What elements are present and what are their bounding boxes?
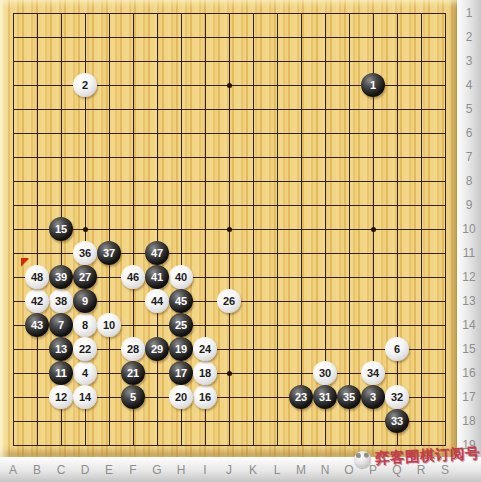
- row-label-9: 9: [457, 197, 481, 213]
- stone-black-C16: 11: [49, 361, 73, 385]
- watermark-logo-icon: [354, 450, 372, 468]
- stone-white-D14: 8: [73, 313, 97, 337]
- stone-black-P17: 3: [361, 385, 385, 409]
- stone-white-D15: 22: [73, 337, 97, 361]
- stone-white-C17: 12: [49, 385, 73, 409]
- stone-move-number: 18: [199, 368, 211, 379]
- row-label-4: 4: [457, 77, 481, 93]
- row-label-1: 1: [457, 5, 481, 21]
- stone-move-number: 44: [151, 296, 163, 307]
- column-label-B: B: [25, 462, 49, 478]
- row-label-2: 2: [457, 29, 481, 45]
- row-label-12: 12: [457, 269, 481, 285]
- stone-move-number: 24: [199, 344, 211, 355]
- row-label-5: 5: [457, 101, 481, 117]
- watermark-text: 弈客围棋订阅号: [375, 443, 481, 467]
- stone-white-F12: 46: [121, 265, 145, 289]
- stone-move-number: 17: [175, 368, 187, 379]
- column-label-I: I: [193, 462, 217, 478]
- stone-black-C14: 7: [49, 313, 73, 337]
- column-label-H: H: [169, 462, 193, 478]
- stone-move-number: 22: [79, 344, 91, 355]
- column-label-N: N: [313, 462, 337, 478]
- stone-black-D12: 27: [73, 265, 97, 289]
- stone-white-D16: 4: [73, 361, 97, 385]
- row-label-16: 16: [457, 365, 481, 381]
- stone-move-number: 19: [175, 344, 187, 355]
- stone-move-number: 34: [367, 368, 379, 379]
- stone-move-number: 12: [55, 392, 67, 403]
- row-label-14: 14: [457, 317, 481, 333]
- stone-move-number: 14: [79, 392, 91, 403]
- stone-move-number: 35: [343, 392, 355, 403]
- stone-move-number: 26: [223, 296, 235, 307]
- stone-move-number: 20: [175, 392, 187, 403]
- stone-white-F15: 28: [121, 337, 145, 361]
- stone-black-G15: 29: [145, 337, 169, 361]
- stone-move-number: 43: [31, 320, 43, 331]
- stone-move-number: 6: [394, 344, 400, 355]
- stone-move-number: 30: [319, 368, 331, 379]
- column-label-C: C: [49, 462, 73, 478]
- stone-white-I16: 18: [193, 361, 217, 385]
- stones-layer: 1234567891011121314151617181920212223242…: [1, 1, 457, 457]
- stone-move-number: 36: [79, 248, 91, 259]
- stone-move-number: 3: [370, 392, 376, 403]
- stone-move-number: 4: [82, 368, 88, 379]
- stone-white-D11: 36: [73, 241, 97, 265]
- stone-move-number: 47: [151, 248, 163, 259]
- stone-move-number: 33: [391, 416, 403, 427]
- stone-move-number: 5: [130, 392, 136, 403]
- stone-white-G13: 44: [145, 289, 169, 313]
- stone-move-number: 13: [55, 344, 67, 355]
- go-kifu-diagram: 1234567891011121314151617181920212223242…: [0, 0, 481, 482]
- stone-move-number: 9: [82, 296, 88, 307]
- stone-move-number: 41: [151, 272, 163, 283]
- stone-black-G11: 47: [145, 241, 169, 265]
- stone-move-number: 16: [199, 392, 211, 403]
- stone-black-O17: 35: [337, 385, 361, 409]
- last-move-marker-icon: [21, 258, 29, 266]
- stone-black-M17: 23: [289, 385, 313, 409]
- stone-white-E14: 10: [97, 313, 121, 337]
- stone-white-D17: 14: [73, 385, 97, 409]
- stone-white-I15: 24: [193, 337, 217, 361]
- stone-move-number: 15: [55, 224, 67, 235]
- stone-white-Q17: 32: [385, 385, 409, 409]
- stone-move-number: 38: [55, 296, 67, 307]
- stone-move-number: 10: [103, 320, 115, 331]
- stone-black-F16: 21: [121, 361, 145, 385]
- stone-move-number: 40: [175, 272, 187, 283]
- stone-black-C12: 39: [49, 265, 73, 289]
- stone-move-number: 32: [391, 392, 403, 403]
- stone-black-G12: 41: [145, 265, 169, 289]
- column-label-L: L: [265, 462, 289, 478]
- stone-white-B12: 48: [25, 265, 49, 289]
- stone-black-H15: 19: [169, 337, 193, 361]
- stone-white-I17: 16: [193, 385, 217, 409]
- stone-move-number: 29: [151, 344, 163, 355]
- stone-white-P16: 34: [361, 361, 385, 385]
- row-label-7: 7: [457, 149, 481, 165]
- stone-move-number: 28: [127, 344, 139, 355]
- stone-black-H16: 17: [169, 361, 193, 385]
- stone-move-number: 31: [319, 392, 331, 403]
- stone-black-D13: 9: [73, 289, 97, 313]
- column-label-E: E: [97, 462, 121, 478]
- column-label-G: G: [145, 462, 169, 478]
- row-label-15: 15: [457, 341, 481, 357]
- go-board: 1234567891011121314151617181920212223242…: [0, 0, 457, 457]
- row-label-6: 6: [457, 125, 481, 141]
- stone-move-number: 2: [82, 80, 88, 91]
- row-label-3: 3: [457, 53, 481, 69]
- stone-move-number: 25: [175, 320, 187, 331]
- stone-white-H12: 40: [169, 265, 193, 289]
- stone-move-number: 8: [82, 320, 88, 331]
- column-label-D: D: [73, 462, 97, 478]
- row-label-10: 10: [457, 221, 481, 237]
- column-label-J: J: [217, 462, 241, 478]
- stone-move-number: 27: [79, 272, 91, 283]
- stone-move-number: 48: [31, 272, 43, 283]
- stone-move-number: 11: [55, 368, 67, 379]
- stone-white-H17: 20: [169, 385, 193, 409]
- stone-move-number: 42: [31, 296, 43, 307]
- stone-white-N16: 30: [313, 361, 337, 385]
- stone-black-C10: 15: [49, 217, 73, 241]
- stone-white-C13: 38: [49, 289, 73, 313]
- stone-black-B14: 43: [25, 313, 49, 337]
- stone-move-number: 21: [127, 368, 139, 379]
- stone-move-number: 45: [175, 296, 187, 307]
- stone-white-Q15: 6: [385, 337, 409, 361]
- stone-move-number: 23: [295, 392, 307, 403]
- row-label-13: 13: [457, 293, 481, 309]
- stone-black-C15: 13: [49, 337, 73, 361]
- column-label-M: M: [289, 462, 313, 478]
- stone-black-P4: 1: [361, 73, 385, 97]
- stone-black-F17: 5: [121, 385, 145, 409]
- stone-black-E11: 37: [97, 241, 121, 265]
- column-label-K: K: [241, 462, 265, 478]
- stone-black-H13: 45: [169, 289, 193, 313]
- stone-move-number: 1: [370, 80, 376, 91]
- stone-black-H14: 25: [169, 313, 193, 337]
- row-label-17: 17: [457, 389, 481, 405]
- row-label-18: 18: [457, 413, 481, 429]
- column-label-F: F: [121, 462, 145, 478]
- stone-move-number: 39: [55, 272, 67, 283]
- stone-white-J13: 26: [217, 289, 241, 313]
- column-label-A: A: [1, 462, 25, 478]
- stone-black-N17: 31: [313, 385, 337, 409]
- row-labels-strip: 12345678910111213141516171819: [457, 0, 481, 457]
- stone-move-number: 37: [103, 248, 115, 259]
- stone-move-number: 46: [127, 272, 139, 283]
- row-label-8: 8: [457, 173, 481, 189]
- stone-white-B13: 42: [25, 289, 49, 313]
- stone-white-D4: 2: [73, 73, 97, 97]
- stone-move-number: 7: [58, 320, 64, 331]
- stone-black-Q18: 33: [385, 409, 409, 433]
- row-label-11: 11: [457, 245, 481, 261]
